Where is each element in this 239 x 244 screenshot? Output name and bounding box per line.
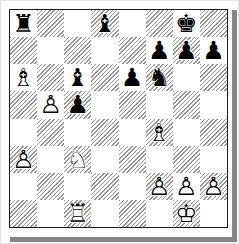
square-g6[interactable] [173,64,200,91]
square-a7[interactable] [10,37,37,64]
square-e8[interactable] [119,10,146,37]
piece-glyph: ♙ [200,173,227,200]
piece-glyph: ♞ [146,64,173,91]
piece-white-pawn[interactable]: ♟♙ [10,146,37,173]
square-e7[interactable] [119,37,146,64]
piece-glyph: ♗ [146,119,173,146]
square-e1[interactable] [119,200,146,227]
square-b2[interactable] [37,173,64,200]
piece-glyph: ♙ [10,146,37,173]
square-c4[interactable] [64,119,91,146]
square-f2[interactable]: ♟♙ [146,173,173,200]
square-f7[interactable]: ♟♟ [146,37,173,64]
drop-shadow-bottom [10,237,237,242]
piece-white-pawn[interactable]: ♟♙ [146,173,173,200]
square-h6[interactable] [200,64,227,91]
square-g1[interactable]: ♚♔ [173,200,200,227]
square-f8[interactable] [146,10,173,37]
square-c3[interactable]: ♞♘ [64,146,91,173]
square-d8[interactable]: ♝♝ [91,10,118,37]
square-a1[interactable] [10,200,37,227]
square-g2[interactable]: ♟♙ [173,173,200,200]
piece-glyph: ♗ [10,64,37,91]
square-a2[interactable] [10,173,37,200]
square-b5[interactable]: ♟♙ [37,91,64,118]
piece-black-pawn[interactable]: ♟♟ [173,37,200,64]
square-g4[interactable] [173,119,200,146]
square-f1[interactable] [146,200,173,227]
square-b1[interactable] [37,200,64,227]
square-h2[interactable]: ♟♙ [200,173,227,200]
piece-black-pawn[interactable]: ♟♟ [64,91,91,118]
square-e3[interactable] [119,146,146,173]
square-b4[interactable] [37,119,64,146]
square-h3[interactable] [200,146,227,173]
square-h8[interactable] [200,10,227,37]
square-e6[interactable]: ♟♟ [119,64,146,91]
square-c1[interactable]: ♜♖ [64,200,91,227]
square-c2[interactable] [64,173,91,200]
square-a8[interactable]: ♜♜ [10,10,37,37]
piece-white-pawn[interactable]: ♟♙ [200,173,227,200]
piece-white-king[interactable]: ♚♔ [173,200,200,227]
square-f4[interactable]: ♝♗ [146,119,173,146]
drop-shadow-right [232,10,237,242]
piece-black-knight[interactable]: ♞♞ [146,64,173,91]
square-h7[interactable]: ♟♟ [200,37,227,64]
square-g8[interactable]: ♚♚ [173,10,200,37]
square-g7[interactable]: ♟♟ [173,37,200,64]
chessboard: ♜♜♝♝♚♚♟♟♟♟♟♟♝♗♝♝♟♟♞♞♟♙♟♟♝♗♟♙♞♘♟♙♟♙♟♙♜♖♚♔ [9,9,228,228]
square-d6[interactable] [91,64,118,91]
piece-black-pawn[interactable]: ♟♟ [146,37,173,64]
square-a6[interactable]: ♝♗ [10,64,37,91]
piece-black-pawn[interactable]: ♟♟ [200,37,227,64]
square-e4[interactable] [119,119,146,146]
square-a3[interactable]: ♟♙ [10,146,37,173]
square-a5[interactable] [10,91,37,118]
square-e2[interactable] [119,173,146,200]
piece-black-bishop[interactable]: ♝♝ [91,10,118,37]
piece-black-bishop[interactable]: ♝♝ [64,64,91,91]
piece-glyph: ♜ [10,10,37,37]
piece-glyph: ♔ [173,200,200,227]
piece-black-rook[interactable]: ♜♜ [10,10,37,37]
piece-glyph: ♝ [91,10,118,37]
piece-white-pawn[interactable]: ♟♙ [37,91,64,118]
square-g5[interactable] [173,91,200,118]
square-b7[interactable] [37,37,64,64]
square-a4[interactable] [10,119,37,146]
square-c5[interactable]: ♟♟ [64,91,91,118]
square-d4[interactable] [91,119,118,146]
square-g3[interactable] [173,146,200,173]
square-d3[interactable] [91,146,118,173]
square-c7[interactable] [64,37,91,64]
piece-glyph: ♙ [37,91,64,118]
square-c8[interactable] [64,10,91,37]
piece-glyph: ♟ [146,37,173,64]
piece-glyph: ♘ [64,146,91,173]
piece-glyph: ♟ [119,64,146,91]
square-d2[interactable] [91,173,118,200]
piece-glyph: ♙ [173,173,200,200]
piece-white-rook[interactable]: ♜♖ [64,200,91,227]
square-e5[interactable] [119,91,146,118]
square-f3[interactable] [146,146,173,173]
square-d1[interactable] [91,200,118,227]
piece-black-pawn[interactable]: ♟♟ [119,64,146,91]
piece-white-bishop[interactable]: ♝♗ [10,64,37,91]
piece-white-pawn[interactable]: ♟♙ [173,173,200,200]
square-f5[interactable] [146,91,173,118]
square-h4[interactable] [200,119,227,146]
square-d5[interactable] [91,91,118,118]
piece-glyph: ♟ [64,91,91,118]
square-f6[interactable]: ♞♞ [146,64,173,91]
piece-glyph: ♝ [64,64,91,91]
square-b3[interactable] [37,146,64,173]
piece-glyph: ♙ [146,173,173,200]
piece-glyph: ♖ [64,200,91,227]
piece-black-king[interactable]: ♚♚ [173,10,200,37]
piece-glyph: ♟ [200,37,227,64]
piece-white-bishop[interactable]: ♝♗ [146,119,173,146]
square-c6[interactable]: ♝♝ [64,64,91,91]
piece-glyph: ♟ [173,37,200,64]
square-d7[interactable] [91,37,118,64]
piece-white-knight[interactable]: ♞♘ [64,146,91,173]
square-b6[interactable] [37,64,64,91]
square-h1[interactable] [200,200,227,227]
square-b8[interactable] [37,10,64,37]
piece-glyph: ♚ [173,10,200,37]
square-h5[interactable] [200,91,227,118]
